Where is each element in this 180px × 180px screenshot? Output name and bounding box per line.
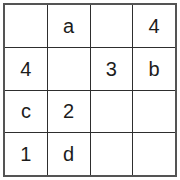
cell-r3c3[interactable]	[91, 91, 133, 133]
cell-r3c4[interactable]	[133, 91, 175, 133]
cell-r2c3[interactable]: 3	[91, 48, 133, 90]
cell-r1c1[interactable]	[5, 5, 47, 47]
cell-r1c2[interactable]: a	[48, 5, 90, 47]
cell-r1c3[interactable]	[91, 5, 133, 47]
cell-r2c1[interactable]: 4	[5, 48, 47, 90]
cell-r1c4[interactable]: 4	[133, 5, 175, 47]
cell-r3c2[interactable]: 2	[48, 91, 90, 133]
cell-r2c4[interactable]: b	[133, 48, 175, 90]
cell-r4c4[interactable]	[133, 133, 175, 175]
cell-r4c1[interactable]: 1	[5, 133, 47, 175]
cell-r4c3[interactable]	[91, 133, 133, 175]
puzzle-board-wrapper: a443bc21d	[0, 0, 180, 180]
cell-r3c1[interactable]: c	[5, 91, 47, 133]
cell-r4c2[interactable]: d	[48, 133, 90, 175]
puzzle-grid-4x4: a443bc21d	[3, 3, 177, 177]
cell-r2c2[interactable]	[48, 48, 90, 90]
